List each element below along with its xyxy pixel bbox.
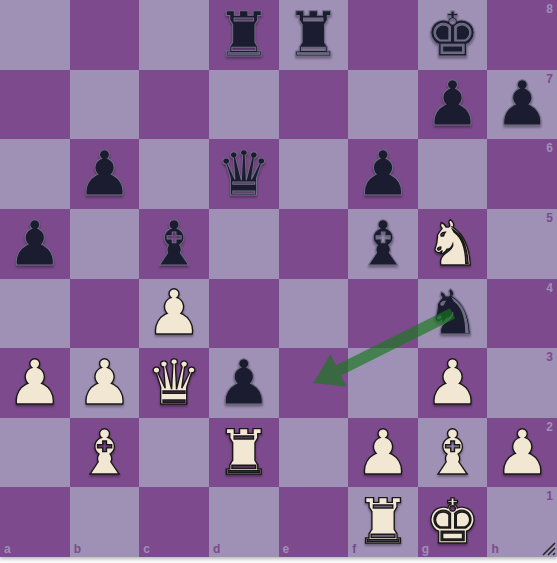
coord-file-e: e [283,542,290,556]
square-a2[interactable] [0,418,70,488]
square-b2[interactable]: ♝ [70,418,140,488]
square-e4[interactable] [279,279,349,349]
square-g1[interactable]: g♚ [418,487,488,557]
piece-black-pawn[interactable]: ♟ [348,139,418,209]
square-c4[interactable]: ♟ [139,279,209,349]
piece-white-rook[interactable]: ♜ [348,487,418,557]
square-h6[interactable]: 6 [487,139,557,209]
square-f4[interactable] [348,279,418,349]
square-a5[interactable]: ♟ [0,209,70,279]
piece-white-queen[interactable]: ♛ [139,348,209,418]
coord-file-a: a [4,542,11,556]
square-f8[interactable] [348,0,418,70]
piece-white-bishop[interactable]: ♝ [70,418,140,488]
square-g3[interactable]: ♟ [418,348,488,418]
square-b4[interactable] [70,279,140,349]
board-squares[interactable]: ♜♜♚8♟7♟♟♛♟6♟♝♝♞5♟♞4♟♟♛♟♟3♝♜♟♝2♟abcdef♜g♚… [0,0,557,557]
piece-white-pawn[interactable]: ♟ [139,279,209,349]
piece-black-queen[interactable]: ♛ [209,139,279,209]
square-d1[interactable]: d [209,487,279,557]
square-b5[interactable] [70,209,140,279]
square-d6[interactable]: ♛ [209,139,279,209]
square-c5[interactable]: ♝ [139,209,209,279]
square-d3[interactable]: ♟ [209,348,279,418]
coord-rank-5: 5 [546,211,553,225]
piece-black-bishop[interactable]: ♝ [348,209,418,279]
square-c6[interactable] [139,139,209,209]
square-f3[interactable] [348,348,418,418]
coord-rank-4: 4 [546,281,553,295]
square-b8[interactable] [70,0,140,70]
piece-black-pawn[interactable]: ♟ [0,209,70,279]
square-e5[interactable] [279,209,349,279]
square-g5[interactable]: ♞ [418,209,488,279]
coord-rank-8: 8 [546,2,553,16]
square-b7[interactable] [70,70,140,140]
square-e1[interactable]: e [279,487,349,557]
square-c1[interactable]: c [139,487,209,557]
piece-white-king[interactable]: ♚ [418,487,488,557]
coord-rank-6: 6 [546,141,553,155]
square-a7[interactable] [0,70,70,140]
square-c7[interactable] [139,70,209,140]
square-e7[interactable] [279,70,349,140]
square-c3[interactable]: ♛ [139,348,209,418]
coord-rank-1: 1 [546,489,553,503]
piece-white-pawn[interactable]: ♟ [418,348,488,418]
coord-rank-3: 3 [546,350,553,364]
piece-black-pawn[interactable]: ♟ [209,348,279,418]
square-h4[interactable]: 4 [487,279,557,349]
coord-file-c: c [143,542,150,556]
piece-white-pawn[interactable]: ♟ [348,418,418,488]
coord-file-b: b [74,542,81,556]
square-h3[interactable]: 3 [487,348,557,418]
piece-black-knight[interactable]: ♞ [418,279,488,349]
coord-file-h: h [491,542,498,556]
square-g6[interactable] [418,139,488,209]
square-f1[interactable]: f♜ [348,487,418,557]
square-h7[interactable]: 7♟ [487,70,557,140]
piece-white-rook[interactable]: ♜ [209,418,279,488]
chess-board[interactable]: ♜♜♚8♟7♟♟♛♟6♟♝♝♞5♟♞4♟♟♛♟♟3♝♜♟♝2♟abcdef♜g♚… [0,0,557,557]
square-f6[interactable]: ♟ [348,139,418,209]
square-g8[interactable]: ♚ [418,0,488,70]
square-e6[interactable] [279,139,349,209]
piece-white-bishop[interactable]: ♝ [418,418,488,488]
piece-black-rook[interactable]: ♜ [209,0,279,70]
square-a1[interactable]: a [0,487,70,557]
square-a3[interactable]: ♟ [0,348,70,418]
square-d4[interactable] [209,279,279,349]
piece-black-bishop[interactable]: ♝ [139,209,209,279]
square-b6[interactable]: ♟ [70,139,140,209]
square-e3[interactable] [279,348,349,418]
piece-black-king[interactable]: ♚ [418,0,488,70]
square-d8[interactable]: ♜ [209,0,279,70]
square-g4[interactable]: ♞ [418,279,488,349]
square-a4[interactable] [0,279,70,349]
square-f5[interactable]: ♝ [348,209,418,279]
coord-file-d: d [213,542,220,556]
square-d2[interactable]: ♜ [209,418,279,488]
square-d7[interactable] [209,70,279,140]
square-h2[interactable]: 2♟ [487,418,557,488]
piece-black-pawn[interactable]: ♟ [70,139,140,209]
square-g2[interactable]: ♝ [418,418,488,488]
board-resize-handle-icon[interactable] [541,541,557,557]
piece-black-pawn[interactable]: ♟ [418,70,488,140]
square-e2[interactable] [279,418,349,488]
square-a6[interactable] [0,139,70,209]
square-b1[interactable]: b [70,487,140,557]
square-h8[interactable]: 8 [487,0,557,70]
square-f7[interactable] [348,70,418,140]
square-c8[interactable] [139,0,209,70]
square-a8[interactable] [0,0,70,70]
square-b3[interactable]: ♟ [70,348,140,418]
square-c2[interactable] [139,418,209,488]
piece-white-pawn[interactable]: ♟ [0,348,70,418]
piece-black-pawn[interactable]: ♟ [487,70,557,140]
piece-white-knight[interactable]: ♞ [418,209,488,279]
square-g7[interactable]: ♟ [418,70,488,140]
square-d5[interactable] [209,209,279,279]
piece-black-rook[interactable]: ♜ [279,0,349,70]
square-e8[interactable]: ♜ [279,0,349,70]
piece-white-pawn[interactable]: ♟ [487,418,557,488]
piece-white-pawn[interactable]: ♟ [70,348,140,418]
square-f2[interactable]: ♟ [348,418,418,488]
square-h5[interactable]: 5 [487,209,557,279]
